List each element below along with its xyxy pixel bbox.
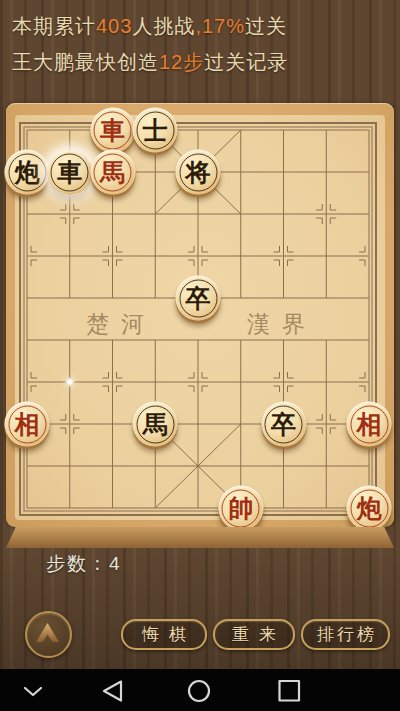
chevron-down-icon[interactable]: [25, 688, 41, 695]
piece-character: 車: [57, 160, 82, 185]
move-counter: 步数：4: [46, 551, 122, 577]
stats-line-2: 王大鹏最快创造12步过关记录: [12, 44, 394, 80]
stat-text: 本期累计: [12, 15, 96, 37]
recents-icon[interactable]: [280, 681, 300, 701]
leaderboard-button[interactable]: 排行榜: [301, 619, 390, 650]
move-counter-value: 4: [109, 553, 122, 574]
piece-character: 帥: [228, 496, 253, 521]
piece-black-general[interactable]: 将: [176, 150, 221, 195]
piece-red-elephant[interactable]: 相: [347, 402, 392, 447]
piece-black-horse[interactable]: 馬: [133, 402, 178, 447]
xiangqi-board[interactable]: 楚河 漢界 車士炮車馬将卒相馬卒相帥炮 ✦: [6, 103, 394, 527]
undo-button[interactable]: 悔棋: [121, 619, 207, 650]
restart-button[interactable]: 重来: [213, 619, 295, 650]
challenge-stats: 本期累计403人挑战,17%过关 王大鹏最快创造12步过关记录: [12, 8, 394, 80]
app-screen: 本期累计403人挑战,17%过关 王大鹏最快创造12步过关记录 楚河 漢界 車士…: [0, 0, 400, 711]
piece-character: 将: [186, 160, 211, 185]
piece-red-horse[interactable]: 馬: [90, 150, 135, 195]
stat-text: 过关: [245, 15, 287, 37]
piece-red-general[interactable]: 帥: [218, 486, 263, 531]
piece-character: 馬: [143, 412, 168, 437]
piece-character: 相: [357, 412, 382, 437]
expand-button[interactable]: [25, 611, 72, 658]
stat-text: 王大鹏最快创造: [12, 51, 159, 73]
android-navbar: [0, 669, 400, 711]
sparkle-effect: ✦: [64, 374, 76, 390]
piece-character: 車: [100, 118, 125, 143]
piece-character: 相: [15, 412, 40, 437]
piece-character: 卒: [186, 286, 211, 311]
piece-black-soldier[interactable]: 卒: [261, 402, 306, 447]
stat-highlight: 403: [96, 15, 132, 37]
stat-highlight: 12步: [159, 51, 204, 73]
stat-text: 过关记录: [204, 51, 288, 73]
stat-highlight: ,17%: [195, 15, 245, 37]
up-arrow-icon: [27, 613, 70, 656]
river-label-left: 楚河: [80, 309, 156, 340]
piece-red-elephant[interactable]: 相: [5, 402, 50, 447]
piece-red-cannon[interactable]: 炮: [347, 486, 392, 531]
piece-character: 馬: [100, 160, 125, 185]
back-icon[interactable]: [104, 682, 121, 701]
piece-character: 炮: [15, 160, 40, 185]
board-front-edge: [6, 527, 394, 548]
move-counter-label: 步数：: [46, 553, 109, 574]
piece-character: 炮: [357, 496, 382, 521]
piece-character: 士: [143, 118, 168, 143]
piece-black-cannon[interactable]: 炮: [5, 150, 50, 195]
piece-black-advisor[interactable]: 士: [133, 108, 178, 153]
river-label-right: 漢界: [241, 309, 317, 340]
home-icon[interactable]: [189, 681, 209, 701]
stats-line-1: 本期累计403人挑战,17%过关: [12, 8, 394, 44]
piece-red-chariot[interactable]: 車: [90, 108, 135, 153]
stat-text: 人挑战: [132, 15, 195, 37]
piece-black-soldier[interactable]: 卒: [176, 276, 221, 321]
piece-black-chariot[interactable]: 車: [47, 150, 92, 195]
piece-character: 卒: [271, 412, 296, 437]
